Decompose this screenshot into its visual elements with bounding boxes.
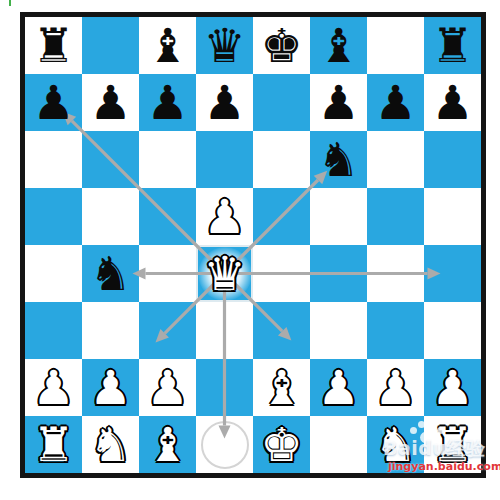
- piece-black-pawn-d7[interactable]: ♟: [196, 74, 253, 131]
- piece-white-bishop-e2[interactable]: ♝: [253, 359, 310, 416]
- piece-black-pawn-f7[interactable]: ♟: [310, 74, 367, 131]
- piece-black-queen-d8[interactable]: ♛: [196, 17, 253, 74]
- piece-black-king-e8[interactable]: ♚: [253, 17, 310, 74]
- board-pieces-layer: ♜♝♛♚♝♜♟♟♟♟♟♟♟♞♟♞♛♟♟♟♝♟♟♟♜♞♝♚♞♜: [25, 17, 481, 473]
- piece-black-knight-b4[interactable]: ♞: [82, 245, 139, 302]
- piece-black-rook-h8[interactable]: ♜: [424, 17, 481, 74]
- piece-white-knight-b1[interactable]: ♞: [82, 416, 139, 473]
- piece-white-pawn-f2[interactable]: ♟: [310, 359, 367, 416]
- chess-board: ♜♝♛♚♝♜♟♟♟♟♟♟♟♞♟♞♛♟♟♟♝♟♟♟♜♞♝♚♞♜: [20, 12, 486, 478]
- piece-black-pawn-c7[interactable]: ♟: [139, 74, 196, 131]
- scan-artifact-green-tick: [9, 0, 11, 6]
- piece-white-pawn-d5[interactable]: ♟: [196, 188, 253, 245]
- piece-black-pawn-g7[interactable]: ♟: [367, 74, 424, 131]
- piece-black-pawn-b7[interactable]: ♟: [82, 74, 139, 131]
- piece-black-pawn-a7[interactable]: ♟: [25, 74, 82, 131]
- piece-black-pawn-h7[interactable]: ♟: [424, 74, 481, 131]
- piece-black-rook-a8[interactable]: ♜: [25, 17, 82, 74]
- piece-white-queen-d4[interactable]: ♛: [196, 245, 253, 302]
- piece-white-pawn-a2[interactable]: ♟: [25, 359, 82, 416]
- piece-black-knight-f6[interactable]: ♞: [310, 131, 367, 188]
- piece-white-pawn-c2[interactable]: ♟: [139, 359, 196, 416]
- piece-white-king-e1[interactable]: ♚: [253, 416, 310, 473]
- piece-black-bishop-f8[interactable]: ♝: [310, 17, 367, 74]
- piece-black-bishop-c8[interactable]: ♝: [139, 17, 196, 74]
- piece-white-rook-a1[interactable]: ♜: [25, 416, 82, 473]
- piece-white-pawn-h2[interactable]: ♟: [424, 359, 481, 416]
- piece-white-pawn-b2[interactable]: ♟: [82, 359, 139, 416]
- piece-white-bishop-c1[interactable]: ♝: [139, 416, 196, 473]
- piece-white-rook-h1[interactable]: ♜: [424, 416, 481, 473]
- piece-white-knight-g1[interactable]: ♞: [367, 416, 424, 473]
- piece-white-pawn-g2[interactable]: ♟: [367, 359, 424, 416]
